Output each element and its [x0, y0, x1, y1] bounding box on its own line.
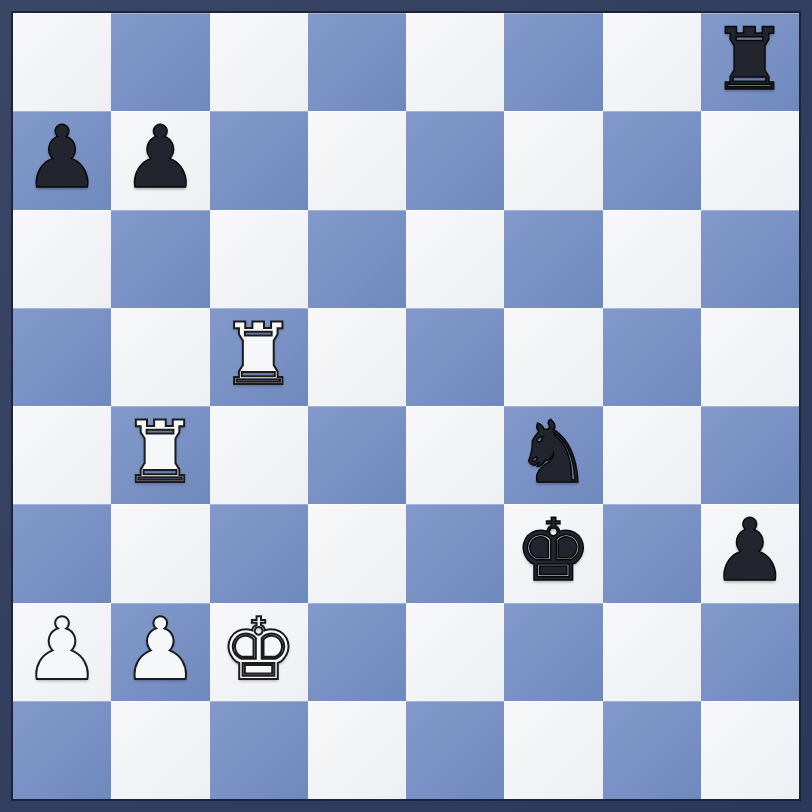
square-g3[interactable]	[603, 504, 701, 602]
square-d8[interactable]	[308, 13, 406, 111]
piece-white-pawn[interactable]: ♟	[122, 606, 199, 692]
square-h2[interactable]	[701, 603, 799, 701]
square-e6[interactable]	[406, 210, 504, 308]
piece-white-king[interactable]: ♚	[220, 606, 297, 692]
piece-black-pawn[interactable]: ♟	[711, 507, 788, 593]
square-h7[interactable]	[701, 111, 799, 209]
square-d2[interactable]	[308, 603, 406, 701]
square-b3[interactable]	[111, 504, 209, 602]
square-e3[interactable]	[406, 504, 504, 602]
square-e8[interactable]	[406, 13, 504, 111]
square-h3[interactable]: ♟	[701, 504, 799, 602]
square-b1[interactable]	[111, 701, 209, 799]
square-g4[interactable]	[603, 406, 701, 504]
square-b6[interactable]	[111, 210, 209, 308]
square-a3[interactable]	[13, 504, 111, 602]
square-a1[interactable]	[13, 701, 111, 799]
square-f1[interactable]	[504, 701, 602, 799]
square-c6[interactable]	[210, 210, 308, 308]
square-e4[interactable]	[406, 406, 504, 504]
square-f8[interactable]	[504, 13, 602, 111]
square-g7[interactable]	[603, 111, 701, 209]
square-g2[interactable]	[603, 603, 701, 701]
square-e7[interactable]	[406, 111, 504, 209]
square-a6[interactable]	[13, 210, 111, 308]
square-b2[interactable]: ♟	[111, 603, 209, 701]
square-c3[interactable]	[210, 504, 308, 602]
square-c4[interactable]	[210, 406, 308, 504]
square-d1[interactable]	[308, 701, 406, 799]
square-f3[interactable]: ♚	[504, 504, 602, 602]
square-f6[interactable]	[504, 210, 602, 308]
square-f4[interactable]: ♞	[504, 406, 602, 504]
square-e2[interactable]	[406, 603, 504, 701]
square-g6[interactable]	[603, 210, 701, 308]
piece-black-pawn[interactable]: ♟	[24, 114, 101, 200]
square-h1[interactable]	[701, 701, 799, 799]
square-h6[interactable]	[701, 210, 799, 308]
piece-black-knight[interactable]: ♞	[515, 409, 592, 495]
square-e5[interactable]	[406, 308, 504, 406]
square-c1[interactable]	[210, 701, 308, 799]
square-d6[interactable]	[308, 210, 406, 308]
square-c5[interactable]: ♜	[210, 308, 308, 406]
square-f5[interactable]	[504, 308, 602, 406]
square-e1[interactable]	[406, 701, 504, 799]
square-a2[interactable]: ♟	[13, 603, 111, 701]
square-d5[interactable]	[308, 308, 406, 406]
square-h5[interactable]	[701, 308, 799, 406]
square-f7[interactable]	[504, 111, 602, 209]
piece-black-pawn[interactable]: ♟	[122, 114, 199, 200]
square-c8[interactable]	[210, 13, 308, 111]
piece-black-king[interactable]: ♚	[515, 507, 592, 593]
board-frame: ♜♟♟♜♜♞♚♟♟♟♚	[0, 0, 812, 812]
chessboard: ♜♟♟♜♜♞♚♟♟♟♚	[13, 13, 799, 799]
piece-black-rook[interactable]: ♜	[711, 16, 788, 102]
square-h8[interactable]: ♜	[701, 13, 799, 111]
square-d7[interactable]	[308, 111, 406, 209]
piece-white-rook[interactable]: ♜	[220, 311, 297, 397]
square-d4[interactable]	[308, 406, 406, 504]
square-d3[interactable]	[308, 504, 406, 602]
square-a4[interactable]	[13, 406, 111, 504]
square-b8[interactable]	[111, 13, 209, 111]
square-c2[interactable]: ♚	[210, 603, 308, 701]
square-a5[interactable]	[13, 308, 111, 406]
square-h4[interactable]	[701, 406, 799, 504]
piece-white-pawn[interactable]: ♟	[24, 606, 101, 692]
square-f2[interactable]	[504, 603, 602, 701]
square-g5[interactable]	[603, 308, 701, 406]
square-c7[interactable]	[210, 111, 308, 209]
square-b4[interactable]: ♜	[111, 406, 209, 504]
square-b7[interactable]: ♟	[111, 111, 209, 209]
square-b5[interactable]	[111, 308, 209, 406]
piece-white-rook[interactable]: ♜	[122, 409, 199, 495]
square-g8[interactable]	[603, 13, 701, 111]
square-a8[interactable]	[13, 13, 111, 111]
square-g1[interactable]	[603, 701, 701, 799]
square-a7[interactable]: ♟	[13, 111, 111, 209]
